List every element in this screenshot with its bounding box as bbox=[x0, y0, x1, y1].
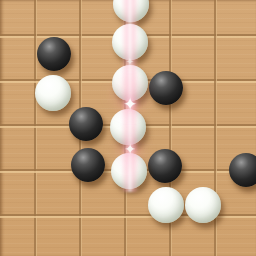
white-stone bbox=[148, 187, 184, 223]
white-stone bbox=[185, 187, 221, 223]
white-stone bbox=[110, 109, 146, 145]
black-stone bbox=[149, 71, 183, 105]
black-stone bbox=[71, 148, 105, 182]
white-stone bbox=[112, 65, 148, 101]
white-stone bbox=[35, 75, 71, 111]
black-stone bbox=[148, 149, 182, 183]
white-stone bbox=[112, 24, 148, 60]
gomoku-app: ✦✦✦ bbox=[0, 0, 256, 256]
black-stone bbox=[69, 107, 103, 141]
white-stone bbox=[111, 153, 147, 189]
black-stone bbox=[229, 153, 256, 187]
black-stone bbox=[37, 37, 71, 71]
